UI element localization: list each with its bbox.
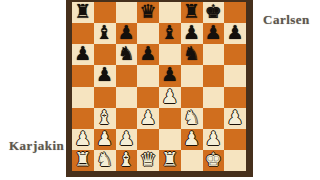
square-f4[interactable] [181,87,203,108]
piece-black-pawn: ♟ [74,44,91,63]
square-f7[interactable]: ♟ [181,23,203,44]
square-d3[interactable]: ♟ [137,108,159,129]
square-d2[interactable] [137,129,159,150]
piece-black-pawn: ♟ [96,65,113,84]
piece-white-pawn: ♟ [118,129,135,148]
square-a1[interactable]: ♜ [72,150,94,171]
square-b6[interactable] [94,44,116,65]
square-g2[interactable]: ♟ [203,129,225,150]
square-a6[interactable]: ♟ [72,44,94,65]
square-c7[interactable]: ♟ [116,23,138,44]
square-d7[interactable] [137,23,159,44]
square-a3[interactable] [72,108,94,129]
piece-white-knight: ♞ [96,150,113,169]
square-f3[interactable]: ♞ [181,108,203,129]
square-e3[interactable] [159,108,181,129]
square-e4[interactable]: ♟ [159,87,181,108]
square-a8[interactable]: ♜ [72,2,94,23]
piece-white-queen: ♛ [140,150,157,169]
piece-white-bishop: ♝ [118,150,135,169]
square-c1[interactable]: ♝ [116,150,138,171]
square-f6[interactable]: ♞ [181,44,203,65]
piece-black-queen: ♛ [140,2,157,21]
square-f2[interactable]: ♟ [181,129,203,150]
piece-black-pawn: ♟ [161,65,178,84]
square-b4[interactable] [94,87,116,108]
player-name-top: Carlsen [263,12,310,28]
square-c4[interactable] [116,87,138,108]
square-g4[interactable] [203,87,225,108]
square-a5[interactable] [72,65,94,86]
piece-white-bishop: ♝ [96,108,113,127]
piece-white-rook: ♜ [161,150,178,169]
square-h3[interactable]: ♟ [224,108,246,129]
square-c6[interactable]: ♞ [116,44,138,65]
piece-black-pawn: ♟ [205,23,222,42]
piece-black-rook: ♜ [74,2,91,21]
square-a7[interactable] [72,23,94,44]
square-b2[interactable]: ♟ [94,129,116,150]
square-e7[interactable]: ♝ [159,23,181,44]
square-a4[interactable] [72,87,94,108]
square-d4[interactable] [137,87,159,108]
square-d5[interactable] [137,65,159,86]
square-h5[interactable] [224,65,246,86]
square-b3[interactable]: ♝ [94,108,116,129]
piece-white-pawn: ♟ [227,108,244,127]
square-c5[interactable] [116,65,138,86]
square-g8[interactable]: ♚ [203,2,225,23]
square-c2[interactable]: ♟ [116,129,138,150]
piece-black-king: ♚ [205,2,222,21]
piece-black-rook: ♜ [183,2,200,21]
video-frame: Carlsen ♜♛♜♚♝♟♝♟♟♟♟♞♟♞♟♟♟♝♟♞♟♟♟♟♟♟♜♞♝♛♜♚… [0,0,320,180]
piece-white-pawn: ♟ [74,129,91,148]
piece-white-knight: ♞ [183,108,200,127]
square-h1[interactable] [224,150,246,171]
square-g6[interactable] [203,44,225,65]
square-h7[interactable]: ♟ [224,23,246,44]
piece-white-pawn: ♟ [96,129,113,148]
square-a2[interactable]: ♟ [72,129,94,150]
square-f1[interactable] [181,150,203,171]
piece-white-pawn: ♟ [140,108,157,127]
square-h6[interactable] [224,44,246,65]
piece-white-pawn: ♟ [183,129,200,148]
piece-black-pawn: ♟ [227,23,244,42]
piece-black-knight: ♞ [118,44,135,63]
square-h2[interactable] [224,129,246,150]
square-h8[interactable] [224,2,246,23]
square-g3[interactable] [203,108,225,129]
piece-white-pawn: ♟ [161,87,178,106]
square-f8[interactable]: ♜ [181,2,203,23]
square-d8[interactable]: ♛ [137,2,159,23]
square-h4[interactable] [224,87,246,108]
piece-white-king: ♚ [205,150,222,169]
piece-black-pawn: ♟ [118,23,135,42]
square-c3[interactable] [116,108,138,129]
square-b1[interactable]: ♞ [94,150,116,171]
square-c8[interactable] [116,2,138,23]
square-g5[interactable] [203,65,225,86]
piece-black-bishop: ♝ [161,23,178,42]
square-g1[interactable]: ♚ [203,150,225,171]
piece-white-pawn: ♟ [205,129,222,148]
square-e5[interactable]: ♟ [159,65,181,86]
square-d6[interactable]: ♟ [137,44,159,65]
square-d1[interactable]: ♛ [137,150,159,171]
square-b7[interactable]: ♝ [94,23,116,44]
chess-board: ♜♛♜♚♝♟♝♟♟♟♟♞♟♞♟♟♟♝♟♞♟♟♟♟♟♟♜♞♝♛♜♚ [72,2,246,171]
board-border: ♜♛♜♚♝♟♝♟♟♟♟♞♟♞♟♟♟♝♟♞♟♟♟♟♟♟♜♞♝♛♜♚ [66,0,253,177]
piece-black-bishop: ♝ [96,23,113,42]
piece-black-pawn: ♟ [183,23,200,42]
piece-black-knight: ♞ [183,44,200,63]
piece-white-rook: ♜ [74,150,91,169]
square-f5[interactable] [181,65,203,86]
square-e6[interactable] [159,44,181,65]
square-e8[interactable] [159,2,181,23]
player-name-bottom: Karjakin [9,138,64,154]
square-b5[interactable]: ♟ [94,65,116,86]
piece-black-pawn: ♟ [140,44,157,63]
square-e1[interactable]: ♜ [159,150,181,171]
square-e2[interactable] [159,129,181,150]
square-b8[interactable] [94,2,116,23]
square-g7[interactable]: ♟ [203,23,225,44]
